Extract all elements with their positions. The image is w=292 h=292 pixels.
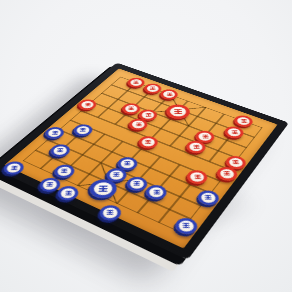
piece-glyph bbox=[181, 222, 191, 229]
piece-glyph bbox=[153, 189, 162, 195]
piece-glyph bbox=[173, 108, 184, 114]
xiangqi-board bbox=[0, 63, 289, 260]
piece-glyph bbox=[135, 122, 143, 127]
piece-glyph bbox=[201, 134, 209, 139]
piece-glyph bbox=[230, 130, 239, 135]
piece-glyph bbox=[133, 181, 142, 187]
piece-red-chariot[interactable] bbox=[76, 97, 101, 111]
piece-glyph bbox=[84, 102, 92, 106]
piece-glyph bbox=[231, 159, 240, 164]
piece-blue-cannon[interactable] bbox=[171, 215, 201, 237]
board-frame bbox=[0, 63, 289, 260]
piece-glyph bbox=[123, 160, 131, 166]
piece-glyph bbox=[149, 86, 156, 90]
piece-glyph bbox=[79, 127, 87, 132]
piece-glyph bbox=[112, 172, 121, 178]
piece-glyph bbox=[145, 113, 153, 118]
piece-glyph bbox=[56, 148, 65, 153]
piece-glyph bbox=[60, 168, 69, 174]
piece-glyph bbox=[204, 194, 213, 200]
piece-glyph bbox=[64, 190, 74, 196]
piece-blue-chariot[interactable] bbox=[0, 159, 28, 177]
piece-red-soldier[interactable] bbox=[135, 134, 161, 151]
piece-glyph bbox=[97, 184, 109, 192]
piece-glyph bbox=[133, 80, 140, 84]
piece-glyph bbox=[239, 118, 248, 123]
piece-glyph bbox=[166, 92, 173, 96]
piece-glyph bbox=[45, 181, 55, 187]
piece-glyph bbox=[51, 130, 60, 135]
piece-glyph bbox=[222, 171, 231, 177]
piece-glyph bbox=[192, 144, 201, 149]
piece-blue-soldier[interactable] bbox=[70, 122, 96, 138]
piece-red-soldier[interactable] bbox=[184, 167, 211, 186]
piece-glyph bbox=[127, 106, 135, 110]
piece-glyph bbox=[106, 209, 115, 216]
piece-glyph bbox=[144, 139, 152, 144]
piece-glyph bbox=[9, 165, 19, 171]
piece-blue-chariot[interactable] bbox=[47, 142, 74, 159]
piece-blue-soldier[interactable] bbox=[194, 187, 222, 207]
piece-blue-soldier[interactable] bbox=[42, 125, 68, 141]
piece-red-general[interactable] bbox=[162, 102, 194, 122]
piece-glyph bbox=[193, 174, 202, 180]
product-photo-scene bbox=[0, 0, 292, 292]
